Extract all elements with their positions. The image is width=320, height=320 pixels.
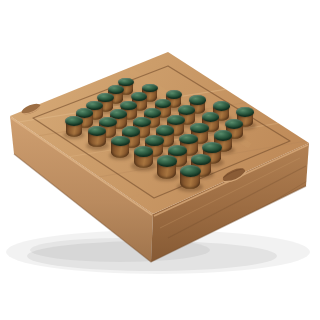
peg-top: [190, 123, 208, 133]
peg-top: [157, 155, 177, 166]
peg-r5c0[interactable]: [65, 116, 83, 137]
peg-top: [214, 130, 233, 141]
peg-top: [168, 145, 188, 156]
peg-r5c1[interactable]: [88, 126, 107, 148]
peg-top: [166, 90, 182, 99]
peg-top: [134, 146, 154, 157]
peg-top: [191, 154, 211, 165]
peg-top: [111, 136, 130, 147]
peg-top: [189, 95, 206, 104]
peg-top: [144, 108, 161, 118]
peg-top: [202, 112, 220, 122]
peg-top: [202, 142, 222, 153]
peg-solitaire-scene: [0, 0, 320, 320]
peg-r5c5[interactable]: [180, 165, 201, 190]
peg-layer: [0, 0, 320, 320]
peg-top: [180, 165, 201, 177]
peg-top: [225, 119, 243, 129]
peg-top: [236, 107, 253, 117]
peg-top: [145, 135, 164, 146]
peg-top: [156, 125, 175, 135]
peg-r5c2[interactable]: [111, 136, 130, 159]
peg-top: [213, 101, 230, 111]
peg-r5c3[interactable]: [134, 146, 154, 169]
peg-top: [65, 116, 83, 126]
peg-r5c4[interactable]: [157, 155, 177, 179]
